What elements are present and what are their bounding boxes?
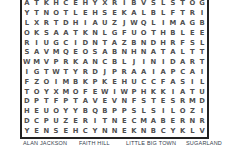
grid-cell-r11c5[interactable]: P bbox=[61, 97, 71, 107]
grid-cell-r8c1[interactable]: I bbox=[22, 67, 32, 77]
grid-cell-r10c3[interactable]: Y bbox=[41, 87, 51, 97]
word-list-item-faith-hill: FAITH HILL bbox=[79, 140, 110, 147]
grid-cell-r12c3[interactable]: U bbox=[41, 107, 51, 117]
grid-cell-r11c3[interactable]: T bbox=[41, 97, 51, 107]
grid-cell-r5c1[interactable]: R bbox=[22, 38, 32, 48]
grid-cell-r6c16[interactable]: A bbox=[168, 48, 178, 58]
grid-cell-r7c6[interactable]: K bbox=[71, 58, 81, 68]
grid-cell-r9c5[interactable]: M bbox=[61, 77, 71, 87]
grid-cell-r13c2[interactable]: C bbox=[32, 116, 42, 126]
grid-cell-r5c13[interactable]: N bbox=[139, 38, 149, 48]
grid-cell-r4c5[interactable]: A bbox=[61, 28, 71, 38]
grid-cell-r3c13[interactable]: Q bbox=[139, 19, 149, 29]
grid-cell-r5c8[interactable]: N bbox=[90, 38, 100, 48]
grid-cell-r6c9[interactable]: A bbox=[100, 48, 110, 58]
grid-cell-r2c6[interactable]: L bbox=[71, 9, 81, 19]
grid-cell-r1c6[interactable]: E bbox=[71, 0, 81, 9]
grid-cell-r5c18[interactable]: S bbox=[188, 38, 198, 48]
grid-cell-r13c3[interactable]: P bbox=[41, 116, 51, 126]
grid-cell-r10c7[interactable]: F bbox=[80, 87, 90, 97]
grid-cell-r3c1[interactable]: L bbox=[22, 19, 32, 29]
word-list-item-sugarland: SUGARLAND bbox=[186, 140, 222, 147]
grid-cell-r11c1[interactable]: D bbox=[22, 97, 32, 107]
grid-cell-r8c4[interactable]: W bbox=[51, 67, 61, 77]
grid-cell-r7c14[interactable]: N bbox=[149, 58, 159, 68]
grid-cell-r10c16[interactable]: I bbox=[168, 87, 178, 97]
grid-cell-r13c12[interactable]: C bbox=[129, 116, 139, 126]
grid-cell-r7c2[interactable]: M bbox=[32, 58, 42, 68]
grid-cell-r10c5[interactable]: M bbox=[61, 87, 71, 97]
grid-cell-r5c11[interactable]: Z bbox=[119, 38, 129, 48]
grid-cell-r1c1[interactable]: A bbox=[22, 0, 32, 9]
grid-cell-r7c12[interactable]: J bbox=[129, 58, 139, 68]
grid-cell-r5c10[interactable]: A bbox=[110, 38, 120, 48]
grid-cell-r4c1[interactable]: O bbox=[22, 28, 32, 38]
grid-cell-r6c14[interactable]: A bbox=[149, 48, 159, 58]
grid-cell-r2c14[interactable]: B bbox=[149, 9, 159, 19]
grid-cell-r1c10[interactable]: R bbox=[110, 0, 120, 9]
grid-cell-r5c16[interactable]: R bbox=[168, 38, 178, 48]
grid-cell-r5c2[interactable]: I bbox=[32, 38, 42, 48]
grid-cell-r10c18[interactable]: T bbox=[188, 87, 198, 97]
grid-cell-r1c8[interactable]: Y bbox=[90, 0, 100, 9]
grid-cell-r3c16[interactable]: M bbox=[168, 19, 178, 29]
grid-cell-r2c5[interactable]: T bbox=[61, 9, 71, 19]
grid-cell-r2c12[interactable]: A bbox=[129, 9, 139, 19]
grid-cell-r4c4[interactable]: A bbox=[51, 28, 61, 38]
grid-cell-r6c10[interactable]: B bbox=[110, 48, 120, 58]
grid-cell-r3c9[interactable]: U bbox=[100, 19, 110, 29]
grid-cell-r14c15[interactable]: C bbox=[158, 126, 168, 136]
grid-cell-r3c3[interactable]: R bbox=[41, 19, 51, 29]
grid-cell-r14c13[interactable]: N bbox=[139, 126, 149, 136]
grid-cell-r9c3[interactable]: O bbox=[41, 77, 51, 87]
grid-cell-r14c1[interactable]: Y bbox=[22, 126, 32, 136]
grid-cell-r6c13[interactable]: N bbox=[139, 48, 149, 58]
grid-cell-r7c18[interactable]: R bbox=[188, 58, 198, 68]
grid-cell-r11c11[interactable]: N bbox=[119, 97, 129, 107]
grid-cell-r5c5[interactable]: C bbox=[61, 38, 71, 48]
grid-cell-r13c7[interactable]: R bbox=[80, 116, 90, 126]
grid-cell-r9c13[interactable]: C bbox=[139, 77, 149, 87]
grid-cell-r4c12[interactable]: U bbox=[129, 28, 139, 38]
grid-cell-r5c6[interactable]: I bbox=[71, 38, 81, 48]
grid-cell-r5c14[interactable]: D bbox=[149, 38, 159, 48]
grid-cell-r8c2[interactable]: G bbox=[32, 67, 42, 77]
grid-cell-r4c7[interactable]: K bbox=[80, 28, 90, 38]
grid-cell-r9c2[interactable]: Z bbox=[32, 77, 42, 87]
grid-cell-r6c12[interactable]: H bbox=[129, 48, 139, 58]
grid-cell-r1c3[interactable]: K bbox=[41, 0, 51, 9]
grid-cell-r1c14[interactable]: S bbox=[149, 0, 159, 9]
grid-cell-r6c3[interactable]: V bbox=[41, 48, 51, 58]
grid-cell-r7c17[interactable]: A bbox=[178, 58, 188, 68]
grid-cell-r3c7[interactable]: I bbox=[80, 19, 90, 29]
grid-cell-r14c10[interactable]: N bbox=[110, 126, 120, 136]
grid-cell-r5c4[interactable]: G bbox=[51, 38, 61, 48]
grid-cell-r5c7[interactable]: D bbox=[80, 38, 90, 48]
grid-cell-r14c11[interactable]: E bbox=[119, 126, 129, 136]
grid-cell-r7c10[interactable]: B bbox=[110, 58, 120, 68]
grid-cell-r3c2[interactable]: X bbox=[32, 19, 42, 29]
grid-cell-r3c11[interactable]: J bbox=[119, 19, 129, 29]
grid-cell-r2c16[interactable]: F bbox=[168, 9, 178, 19]
grid-cell-r8c7[interactable]: R bbox=[80, 67, 90, 77]
grid-cell-r2c1[interactable]: Y bbox=[22, 9, 32, 19]
grid-cell-r12c18[interactable]: Z bbox=[188, 107, 198, 117]
grid-cell-r2c13[interactable]: L bbox=[139, 9, 149, 19]
grid-cell-r2c19[interactable]: I bbox=[197, 9, 207, 19]
grid-cell-r3c5[interactable]: D bbox=[61, 19, 71, 29]
grid-cell-r1c11[interactable]: I bbox=[119, 0, 129, 9]
grid-cell-r11c17[interactable]: R bbox=[178, 97, 188, 107]
grid-cell-r7c7[interactable]: A bbox=[80, 58, 90, 68]
grid-cell-r2c7[interactable]: E bbox=[80, 9, 90, 19]
word-list-item-little-big-town: LITTLE BIG TOWN bbox=[126, 140, 176, 147]
grid-cell-r4c14[interactable]: T bbox=[149, 28, 159, 38]
grid-cell-r14c3[interactable]: N bbox=[41, 126, 51, 136]
grid-cell-r8c6[interactable]: Y bbox=[71, 67, 81, 77]
grid-cell-r11c7[interactable]: A bbox=[80, 97, 90, 107]
grid-cell-r9c9[interactable]: K bbox=[100, 77, 110, 87]
grid-cell-r8c11[interactable]: R bbox=[119, 67, 129, 77]
grid-cell-r9c16[interactable]: A bbox=[168, 77, 178, 87]
grid-cell-r8c16[interactable]: P bbox=[168, 67, 178, 77]
grid-cell-r8c10[interactable]: P bbox=[110, 67, 120, 77]
grid-cell-r7c11[interactable]: L bbox=[119, 58, 129, 68]
grid-cell-r8c18[interactable]: A bbox=[188, 67, 198, 77]
grid-cell-r2c3[interactable]: N bbox=[41, 9, 51, 19]
grid-cell-r2c15[interactable]: L bbox=[158, 9, 168, 19]
grid-cell-r9c1[interactable]: F bbox=[22, 77, 32, 87]
grid-cell-r1c4[interactable]: H bbox=[51, 0, 61, 9]
grid-cell-r7c3[interactable]: V bbox=[41, 58, 51, 68]
grid-cell-r12c19[interactable]: I bbox=[197, 107, 207, 117]
grid-cell-r12c10[interactable]: P bbox=[110, 107, 120, 117]
word-list-item-alan-jackson: ALAN JACKSON bbox=[23, 140, 67, 147]
grid-cell-r3c8[interactable]: A bbox=[90, 19, 100, 29]
grid-cell-r14c18[interactable]: L bbox=[188, 126, 198, 136]
grid-cell-r3c10[interactable]: Z bbox=[110, 19, 120, 29]
grid-cell-r9c6[interactable]: B bbox=[71, 77, 81, 87]
grid-cell-r14c14[interactable]: B bbox=[149, 126, 159, 136]
grid-cell-r13c19[interactable]: R bbox=[197, 116, 207, 126]
grid-cell-r6c11[interactable]: N bbox=[119, 48, 129, 58]
grid-cell-r3c6[interactable]: H bbox=[71, 19, 81, 29]
grid-cell-r9c10[interactable]: E bbox=[110, 77, 120, 87]
grid-cell-r1c18[interactable]: O bbox=[188, 0, 198, 9]
grid-cell-r4c18[interactable]: E bbox=[188, 28, 198, 38]
grid-cell-r12c15[interactable]: I bbox=[158, 107, 168, 117]
grid-cell-r13c16[interactable]: E bbox=[168, 116, 178, 126]
grid-cell-r8c12[interactable]: A bbox=[129, 67, 139, 77]
grid-cell-r12c6[interactable]: Y bbox=[71, 107, 81, 117]
grid-cell-r12c16[interactable]: L bbox=[168, 107, 178, 117]
grid-cell-r5c17[interactable]: F bbox=[178, 38, 188, 48]
grid-cell-r10c10[interactable]: I bbox=[110, 87, 120, 97]
grid-cell-r14c7[interactable]: C bbox=[80, 126, 90, 136]
grid-cell-r11c4[interactable]: F bbox=[51, 97, 61, 107]
grid-cell-r7c19[interactable]: T bbox=[197, 58, 207, 68]
grid-cell-r11c2[interactable]: P bbox=[32, 97, 42, 107]
grid-cell-r1c7[interactable]: H bbox=[80, 0, 90, 9]
grid-cell-r4c11[interactable]: F bbox=[119, 28, 129, 38]
grid-cell-r14c19[interactable]: V bbox=[197, 126, 207, 136]
grid-cell-r8c3[interactable]: T bbox=[41, 67, 51, 77]
grid-cell-r6c7[interactable]: O bbox=[80, 48, 90, 58]
grid-cell-r11c16[interactable]: S bbox=[168, 97, 178, 107]
grid-cell-r7c5[interactable]: R bbox=[61, 58, 71, 68]
grid-cell-r8c9[interactable]: J bbox=[100, 67, 110, 77]
grid-cell-r13c17[interactable]: R bbox=[178, 116, 188, 126]
grid-cell-r11c9[interactable]: E bbox=[100, 97, 110, 107]
grid-cell-r12c14[interactable]: S bbox=[149, 107, 159, 117]
grid-cell-r14c9[interactable]: N bbox=[100, 126, 110, 136]
grid-cell-r3c18[interactable]: G bbox=[188, 19, 198, 29]
grid-cell-r13c9[interactable]: T bbox=[100, 116, 110, 126]
grid-cell-r11c14[interactable]: T bbox=[149, 97, 159, 107]
grid-cell-r3c19[interactable]: B bbox=[197, 19, 207, 29]
grid-cell-r2c17[interactable]: T bbox=[178, 9, 188, 19]
grid-cell-r2c8[interactable]: H bbox=[90, 9, 100, 19]
grid-cell-r8c17[interactable]: C bbox=[178, 67, 188, 77]
grid-cell-r6c15[interactable]: T bbox=[158, 48, 168, 58]
grid-cell-r6c18[interactable]: T bbox=[188, 48, 198, 58]
grid-cell-r5c9[interactable]: T bbox=[100, 38, 110, 48]
grid-cell-r12c2[interactable]: E bbox=[32, 107, 42, 117]
grid-cell-r11c15[interactable]: E bbox=[158, 97, 168, 107]
grid-cell-r8c14[interactable]: I bbox=[149, 67, 159, 77]
grid-cell-r6c5[interactable]: Q bbox=[61, 48, 71, 58]
grid-cell-r6c8[interactable]: S bbox=[90, 48, 100, 58]
grid-cell-r12c12[interactable]: S bbox=[129, 107, 139, 117]
grid-cell-r10c14[interactable]: K bbox=[149, 87, 159, 97]
grid-cell-r11c19[interactable]: D bbox=[197, 97, 207, 107]
grid-cell-r4c15[interactable]: H bbox=[158, 28, 168, 38]
grid-cell-r7c4[interactable]: P bbox=[51, 58, 61, 68]
grid-cell-r6c17[interactable]: L bbox=[178, 48, 188, 58]
grid-cell-r14c5[interactable]: E bbox=[61, 126, 71, 136]
grid-cell-r1c5[interactable]: C bbox=[61, 0, 71, 9]
grid-cell-r7c15[interactable]: I bbox=[158, 58, 168, 68]
grid-cell-r9c11[interactable]: H bbox=[119, 77, 129, 87]
grid-cell-r1c12[interactable]: B bbox=[129, 0, 139, 9]
grid-cell-r6c6[interactable]: E bbox=[71, 48, 81, 58]
grid-cell-r11c12[interactable]: F bbox=[129, 97, 139, 107]
grid-cell-r3c12[interactable]: W bbox=[129, 19, 139, 29]
grid-cell-r13c13[interactable]: M bbox=[139, 116, 149, 126]
grid-cell-r2c10[interactable]: E bbox=[110, 9, 120, 19]
grid-cell-r11c13[interactable]: S bbox=[139, 97, 149, 107]
grid-cell-r9c19[interactable]: L bbox=[197, 77, 207, 87]
grid-cell-r13c8[interactable]: I bbox=[90, 116, 100, 126]
grid-cell-r8c13[interactable]: A bbox=[139, 67, 149, 77]
grid-cell-r11c6[interactable]: T bbox=[71, 97, 81, 107]
grid-cell-r11c18[interactable]: M bbox=[188, 97, 198, 107]
grid-cell-r5c19[interactable]: L bbox=[197, 38, 207, 48]
grid-cell-r10c17[interactable]: A bbox=[178, 87, 188, 97]
grid-cell-r12c13[interactable]: L bbox=[139, 107, 149, 117]
grid-cell-r4c3[interactable]: S bbox=[41, 28, 51, 38]
grid-cell-r4c17[interactable]: L bbox=[178, 28, 188, 38]
grid-cell-r1c15[interactable]: L bbox=[158, 0, 168, 9]
grid-cell-r1c13[interactable]: V bbox=[139, 0, 149, 9]
grid-cell-r14c12[interactable]: K bbox=[129, 126, 139, 136]
grid-cell-r12c5[interactable]: Y bbox=[61, 107, 71, 117]
grid-cell-r9c14[interactable]: C bbox=[149, 77, 159, 87]
grid-cell-r12c1[interactable]: H bbox=[22, 107, 32, 117]
grid-cell-r9c4[interactable]: I bbox=[51, 77, 61, 87]
grid-cell-r4c2[interactable]: K bbox=[32, 28, 42, 38]
grid-cell-r10c12[interactable]: P bbox=[129, 87, 139, 97]
grid-cell-r7c13[interactable]: I bbox=[139, 58, 149, 68]
grid-cell-r12c9[interactable]: B bbox=[100, 107, 110, 117]
grid-cell-r2c18[interactable]: R bbox=[188, 9, 198, 19]
grid-cell-r12c8[interactable]: Q bbox=[90, 107, 100, 117]
grid-cell-r12c17[interactable]: O bbox=[178, 107, 188, 117]
grid-cell-r7c1[interactable]: W bbox=[22, 58, 32, 68]
grid-cell-r4c6[interactable]: T bbox=[71, 28, 81, 38]
grid-cell-r2c11[interactable]: K bbox=[119, 9, 129, 19]
grid-cell-r13c1[interactable]: D bbox=[22, 116, 32, 126]
grid-cell-r10c13[interactable]: H bbox=[139, 87, 149, 97]
grid-cell-r7c9[interactable]: C bbox=[100, 58, 110, 68]
grid-cell-r7c16[interactable]: D bbox=[168, 58, 178, 68]
grid-cell-r10c4[interactable]: X bbox=[51, 87, 61, 97]
grid-cell-r1c9[interactable]: X bbox=[100, 0, 110, 9]
grid-cell-r8c8[interactable]: D bbox=[90, 67, 100, 77]
grid-cell-r9c15[interactable]: F bbox=[158, 77, 168, 87]
grid-cell-r4c8[interactable]: N bbox=[90, 28, 100, 38]
grid-cell-r14c6[interactable]: H bbox=[71, 126, 81, 136]
grid-cell-r13c18[interactable]: N bbox=[188, 116, 198, 126]
grid-cell-r10c2[interactable]: O bbox=[32, 87, 42, 97]
grid-cell-r10c19[interactable]: U bbox=[197, 87, 207, 97]
grid-cell-r9c17[interactable]: S bbox=[178, 77, 188, 87]
grid-cell-r14c4[interactable]: S bbox=[51, 126, 61, 136]
grid-cell-r9c8[interactable]: P bbox=[90, 77, 100, 87]
grid-cell-r1c16[interactable]: S bbox=[168, 0, 178, 9]
grid-cell-r7c8[interactable]: N bbox=[90, 58, 100, 68]
grid-cell-r3c4[interactable]: T bbox=[51, 19, 61, 29]
word-search-grid: ATKHCEHYXRIBVSLSTOGYTNOTLEHSEKALBLFTRILX… bbox=[20, 0, 209, 139]
grid-cell-r8c15[interactable]: A bbox=[158, 67, 168, 77]
grid-cell-r1c2[interactable]: T bbox=[32, 0, 42, 9]
grid-cell-r14c17[interactable]: K bbox=[178, 126, 188, 136]
grid-cell-r13c5[interactable]: Z bbox=[61, 116, 71, 126]
grid-cell-r6c19[interactable]: T bbox=[197, 48, 207, 58]
grid-cell-r12c11[interactable]: P bbox=[119, 107, 129, 117]
grid-cell-r3c14[interactable]: L bbox=[149, 19, 159, 29]
grid-cell-r6c1[interactable]: S bbox=[22, 48, 32, 58]
grid-cell-r11c8[interactable]: V bbox=[90, 97, 100, 107]
grid-cell-r1c19[interactable]: G bbox=[197, 0, 207, 9]
grid-cell-r8c19[interactable]: I bbox=[197, 67, 207, 77]
grid-cell-r8c5[interactable]: T bbox=[61, 67, 71, 77]
grid-cell-r14c16[interactable]: Y bbox=[168, 126, 178, 136]
grid-cell-r13c14[interactable]: A bbox=[149, 116, 159, 126]
grid-cell-r6c4[interactable]: M bbox=[51, 48, 61, 58]
grid-cell-r11c10[interactable]: V bbox=[110, 97, 120, 107]
grid-cell-r13c6[interactable]: E bbox=[71, 116, 81, 126]
grid-cell-r4c10[interactable]: G bbox=[110, 28, 120, 38]
grid-cell-r6c2[interactable]: A bbox=[32, 48, 42, 58]
word-list: ALAN JACKSON FAITH HILL LITTLE BIG TOWN … bbox=[0, 140, 235, 148]
grid-cell-r4c19[interactable]: E bbox=[197, 28, 207, 38]
grid-cell-r1c17[interactable]: T bbox=[178, 0, 188, 9]
grid-cell-r13c4[interactable]: U bbox=[51, 116, 61, 126]
grid-cell-r2c9[interactable]: S bbox=[100, 9, 110, 19]
grid-cell-r4c9[interactable]: L bbox=[100, 28, 110, 38]
grid-cell-r10c9[interactable]: W bbox=[100, 87, 110, 97]
grid-cell-r2c2[interactable]: T bbox=[32, 9, 42, 19]
grid-cell-r10c6[interactable]: O bbox=[71, 87, 81, 97]
grid-cell-r10c15[interactable]: K bbox=[158, 87, 168, 97]
grid-cell-r9c12[interactable]: U bbox=[129, 77, 139, 87]
grid-cell-r10c11[interactable]: W bbox=[119, 87, 129, 97]
grid-cell-r14c8[interactable]: Y bbox=[90, 126, 100, 136]
grid-cell-r13c15[interactable]: B bbox=[158, 116, 168, 126]
grid-cell-r13c11[interactable]: E bbox=[119, 116, 129, 126]
grid-cell-r10c8[interactable]: E bbox=[90, 87, 100, 97]
grid-cell-r4c13[interactable]: O bbox=[139, 28, 149, 38]
grid-cell-r12c7[interactable]: B bbox=[80, 107, 90, 117]
grid-cell-r12c4[interactable]: O bbox=[51, 107, 61, 117]
grid-cell-r3c15[interactable]: I bbox=[158, 19, 168, 29]
grid-cell-r3c17[interactable]: A bbox=[178, 19, 188, 29]
grid-cell-r2c4[interactable]: O bbox=[51, 9, 61, 19]
grid-cell-r13c10[interactable]: N bbox=[110, 116, 120, 126]
grid-cell-r4c16[interactable]: B bbox=[168, 28, 178, 38]
grid-cell-r5c15[interactable]: H bbox=[158, 38, 168, 48]
grid-cell-r5c12[interactable]: B bbox=[129, 38, 139, 48]
grid-cell-r9c18[interactable]: I bbox=[188, 77, 198, 87]
grid-cell-r10c1[interactable]: T bbox=[22, 87, 32, 97]
grid-cell-r9c7[interactable]: K bbox=[80, 77, 90, 87]
grid-cell-r14c2[interactable]: E bbox=[32, 126, 42, 136]
grid-cell-r5c3[interactable]: U bbox=[41, 38, 51, 48]
